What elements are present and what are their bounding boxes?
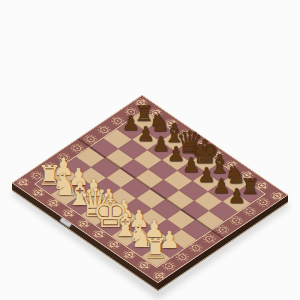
product-photo: ♜♞♝♛♚♝♞♜♟♟♟♟♟♟♟♟♟♟♟♟♟♟♟♟♜♞♝♛♚♝♞♜: [0, 0, 300, 300]
